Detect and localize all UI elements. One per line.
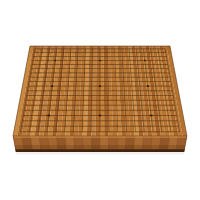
go-board — [0, 0, 200, 200]
board-front-face — [13, 136, 187, 152]
product-photo-background — [0, 0, 200, 200]
board-bottom-edge — [15, 149, 184, 152]
